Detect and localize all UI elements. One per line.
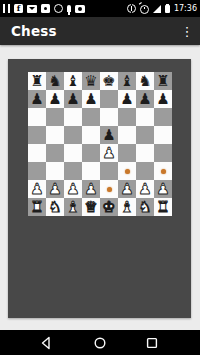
square-e5[interactable]: ♟ xyxy=(100,126,118,144)
home-icon[interactable] xyxy=(93,336,107,350)
square-g8[interactable]: ♞ xyxy=(136,72,154,90)
square-a7[interactable]: ♟ xyxy=(28,90,46,108)
white-pawn: ♟ xyxy=(84,180,97,198)
pause-icon xyxy=(3,4,10,13)
white-pawn: ♟ xyxy=(138,180,151,198)
white-knight: ♞ xyxy=(48,198,61,216)
pin-icon xyxy=(67,5,71,12)
square-b1[interactable]: ♞ xyxy=(46,198,64,216)
square-e3[interactable] xyxy=(100,162,118,180)
square-f8[interactable]: ♝ xyxy=(118,72,136,90)
cellular-signal-icon xyxy=(153,5,161,13)
square-a3[interactable] xyxy=(28,162,46,180)
legal-move-dot xyxy=(125,169,130,174)
square-a6[interactable] xyxy=(28,108,46,126)
recents-icon[interactable] xyxy=(145,336,159,350)
square-h3[interactable] xyxy=(154,162,172,180)
square-c6[interactable] xyxy=(64,108,82,126)
square-c8[interactable]: ♝ xyxy=(64,72,82,90)
white-pawn: ♟ xyxy=(102,144,115,162)
white-bishop: ♝ xyxy=(66,198,79,216)
square-f2[interactable]: ♟ xyxy=(118,180,136,198)
square-e4[interactable]: ♟ xyxy=(100,144,118,162)
square-c7[interactable]: ♟ xyxy=(64,90,82,108)
square-c4[interactable] xyxy=(64,144,82,162)
white-rook: ♜ xyxy=(30,198,43,216)
black-pawn: ♟ xyxy=(102,126,115,144)
square-b7[interactable]: ♟ xyxy=(46,90,64,108)
facebook-icon: f xyxy=(14,4,23,13)
black-bishop: ♝ xyxy=(66,72,79,90)
status-bar: f 17:36 xyxy=(0,0,200,17)
square-g5[interactable] xyxy=(136,126,154,144)
white-pawn: ♟ xyxy=(120,180,133,198)
black-pawn: ♟ xyxy=(84,90,97,108)
back-icon[interactable] xyxy=(39,336,53,350)
square-e6[interactable] xyxy=(100,108,118,126)
black-pawn: ♟ xyxy=(138,90,151,108)
square-e7[interactable] xyxy=(100,90,118,108)
square-b8[interactable]: ♞ xyxy=(46,72,64,90)
black-bishop: ♝ xyxy=(120,72,133,90)
square-g6[interactable] xyxy=(136,108,154,126)
battery-icon xyxy=(165,5,170,13)
square-h4[interactable] xyxy=(154,144,172,162)
square-g2[interactable]: ♟ xyxy=(136,180,154,198)
square-c3[interactable] xyxy=(64,162,82,180)
square-d8[interactable]: ♛ xyxy=(82,72,100,90)
square-d7[interactable]: ♟ xyxy=(82,90,100,108)
square-a2[interactable]: ♟ xyxy=(28,180,46,198)
square-a8[interactable]: ♜ xyxy=(28,72,46,90)
square-g7[interactable]: ♟ xyxy=(136,90,154,108)
square-c1[interactable]: ♝ xyxy=(64,198,82,216)
black-pawn: ♟ xyxy=(66,90,79,108)
square-e2[interactable] xyxy=(100,180,118,198)
square-b3[interactable] xyxy=(46,162,64,180)
data-saver-icon xyxy=(127,4,136,13)
black-knight: ♞ xyxy=(48,72,61,90)
white-rook: ♜ xyxy=(156,198,169,216)
black-rook: ♜ xyxy=(30,72,43,90)
white-bishop: ♝ xyxy=(120,198,133,216)
square-e1[interactable]: ♚ xyxy=(100,198,118,216)
square-c5[interactable] xyxy=(64,126,82,144)
square-f4[interactable] xyxy=(118,144,136,162)
square-f3[interactable] xyxy=(118,162,136,180)
square-f7[interactable]: ♟ xyxy=(118,90,136,108)
square-h2[interactable]: ♟ xyxy=(154,180,172,198)
square-h1[interactable]: ♜ xyxy=(154,198,172,216)
navigation-bar xyxy=(0,330,200,355)
square-b5[interactable] xyxy=(46,126,64,144)
square-f1[interactable]: ♝ xyxy=(118,198,136,216)
square-h8[interactable]: ♜ xyxy=(154,72,172,90)
square-d4[interactable] xyxy=(82,144,100,162)
notification-icons: f xyxy=(3,4,85,13)
square-h6[interactable] xyxy=(154,108,172,126)
black-pawn: ♟ xyxy=(120,90,133,108)
legal-move-dot xyxy=(161,169,166,174)
app-bar: Chess ⋮ xyxy=(0,17,200,45)
square-a4[interactable] xyxy=(28,144,46,162)
square-d2[interactable]: ♟ xyxy=(82,180,100,198)
page-title: Chess xyxy=(11,23,57,39)
white-pawn: ♟ xyxy=(156,180,169,198)
square-a5[interactable] xyxy=(28,126,46,144)
square-d6[interactable] xyxy=(82,108,100,126)
black-king: ♚ xyxy=(102,72,115,90)
black-knight: ♞ xyxy=(138,72,151,90)
black-pawn: ♟ xyxy=(48,90,61,108)
white-knight: ♞ xyxy=(138,198,151,216)
legal-move-dot xyxy=(107,187,112,192)
black-rook: ♜ xyxy=(156,72,169,90)
white-pawn: ♟ xyxy=(66,180,79,198)
square-d5[interactable] xyxy=(82,126,100,144)
square-g3[interactable] xyxy=(136,162,154,180)
square-d1[interactable]: ♛ xyxy=(82,198,100,216)
square-h5[interactable] xyxy=(154,126,172,144)
square-a1[interactable]: ♜ xyxy=(28,198,46,216)
square-b6[interactable] xyxy=(46,108,64,126)
chess-board: ♜♞♝♛♚♝♞♜♟♟♟♟♟♟♟♟♟♟♟♟♟♟♟♟♜♞♝♛♚♝♞♜ xyxy=(28,72,172,216)
white-king: ♚ xyxy=(102,198,115,216)
white-pawn: ♟ xyxy=(48,180,61,198)
square-f6[interactable] xyxy=(118,108,136,126)
black-pawn: ♟ xyxy=(30,90,43,108)
clock-text: 17:36 xyxy=(174,0,197,17)
mail-icon xyxy=(27,5,37,13)
camera-icon xyxy=(75,5,85,13)
square-b4[interactable] xyxy=(46,144,64,162)
square-d3[interactable] xyxy=(82,162,100,180)
alarm-icon xyxy=(140,5,149,14)
square-f5[interactable] xyxy=(118,126,136,144)
white-pawn: ♟ xyxy=(30,180,43,198)
square-g4[interactable] xyxy=(136,144,154,162)
black-pawn: ♟ xyxy=(156,90,169,108)
gallery-icon xyxy=(41,4,50,13)
system-status-icons: 17:36 xyxy=(127,0,197,17)
square-e8[interactable]: ♚ xyxy=(100,72,118,90)
black-queen: ♛ xyxy=(84,72,97,90)
square-c2[interactable]: ♟ xyxy=(64,180,82,198)
white-queen: ♛ xyxy=(84,198,97,216)
square-g1[interactable]: ♞ xyxy=(136,198,154,216)
sync-icon xyxy=(54,4,63,13)
overflow-menu-icon[interactable]: ⋮ xyxy=(179,17,195,45)
board-panel: ♜♞♝♛♚♝♞♜♟♟♟♟♟♟♟♟♟♟♟♟♟♟♟♟♜♞♝♛♚♝♞♜ xyxy=(8,59,191,318)
square-h7[interactable]: ♟ xyxy=(154,90,172,108)
square-b2[interactable]: ♟ xyxy=(46,180,64,198)
